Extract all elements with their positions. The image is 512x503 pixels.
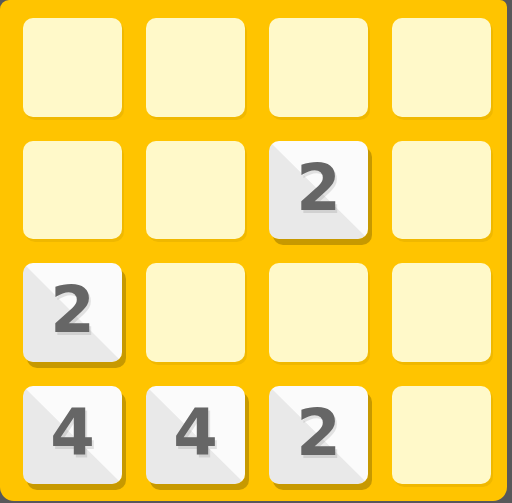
tile-value: 2: [296, 156, 341, 224]
empty-cell-r4c4: [392, 386, 491, 485]
tile-value: 2: [296, 401, 341, 469]
empty-cell-r2c1: [23, 141, 122, 240]
empty-cell-r3c2: [146, 263, 245, 362]
tile-r4c3: 2: [269, 386, 368, 485]
tile-value: 2: [50, 278, 95, 346]
empty-cell-r1c2: [146, 18, 245, 117]
tile-r4c2: 4: [146, 386, 245, 485]
tile-value: 4: [173, 401, 218, 469]
tile-value: 4: [50, 401, 95, 469]
empty-cell-r1c3: [269, 18, 368, 117]
game-board-2048[interactable]: 22442: [0, 0, 507, 501]
empty-cell-r1c4: [392, 18, 491, 117]
empty-cell-r2c4: [392, 141, 491, 240]
empty-cell-r3c3: [269, 263, 368, 362]
empty-cell-r1c1: [23, 18, 122, 117]
tile-r2c3: 2: [269, 141, 368, 240]
empty-cell-r3c4: [392, 263, 491, 362]
empty-cell-r2c2: [146, 141, 245, 240]
tile-r4c1: 4: [23, 386, 122, 485]
tile-r3c1: 2: [23, 263, 122, 362]
